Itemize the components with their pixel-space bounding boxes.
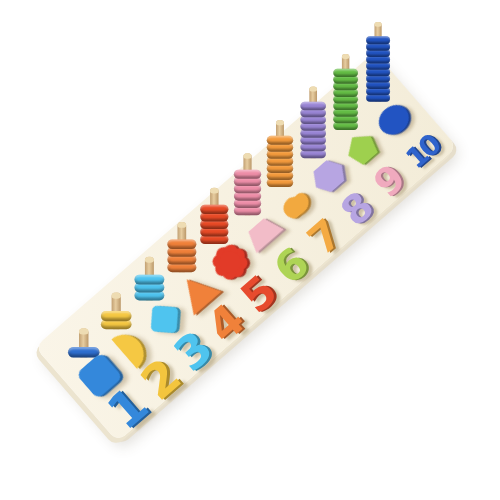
shapes-row (68, 89, 424, 407)
ring-stack-col-10 (366, 34, 390, 101)
number-tile-10: 10 (401, 131, 444, 173)
diamond-shape (151, 305, 179, 333)
stacking-ring (101, 311, 132, 321)
product-photo-canvas: 12345678910 (0, 0, 500, 500)
puzzle-board: 12345678910 (35, 52, 457, 442)
stacking-ring (366, 36, 390, 44)
